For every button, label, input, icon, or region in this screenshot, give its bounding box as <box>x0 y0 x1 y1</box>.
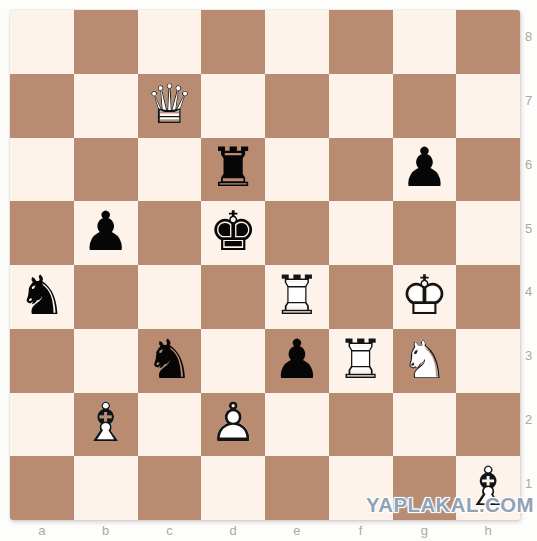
square-d2: ♟♙ <box>201 393 265 457</box>
file-label-b: b <box>74 519 138 541</box>
file-label-g: g <box>393 519 457 541</box>
square-h5 <box>456 201 520 265</box>
square-d4 <box>201 265 265 329</box>
square-d6: ♜ <box>201 138 265 202</box>
square-c8 <box>138 10 202 74</box>
black-king-d5: ♚ <box>201 201 265 265</box>
file-labels: abcdefgh <box>10 519 520 541</box>
square-b8 <box>74 10 138 74</box>
square-g3: ♞♘ <box>393 329 457 393</box>
square-g8 <box>393 10 457 74</box>
square-g4: ♚♔ <box>393 265 457 329</box>
square-a5 <box>10 201 74 265</box>
white-pawn-d2: ♟♙ <box>201 393 265 457</box>
white-queen-c7: ♛♕ <box>138 74 202 138</box>
square-d7 <box>201 74 265 138</box>
square-e1 <box>265 456 329 520</box>
black-pawn-g6: ♟ <box>393 138 457 202</box>
square-c3: ♞ <box>138 329 202 393</box>
square-a8 <box>10 10 74 74</box>
square-b7 <box>74 74 138 138</box>
square-f8 <box>329 10 393 74</box>
rank-label-8: 8 <box>520 5 537 69</box>
square-c6 <box>138 138 202 202</box>
square-g6: ♟ <box>393 138 457 202</box>
square-a2 <box>10 393 74 457</box>
square-h2 <box>456 393 520 457</box>
square-h6 <box>456 138 520 202</box>
square-c7: ♛♕ <box>138 74 202 138</box>
square-f7 <box>329 74 393 138</box>
square-a3 <box>10 329 74 393</box>
square-h3 <box>456 329 520 393</box>
watermark: YAPLAKAL.COM <box>366 493 534 517</box>
square-g5 <box>393 201 457 265</box>
chess-board: ♛♕♜♟♟♚♞♜♖♚♔♞♟♜♖♞♘♝♗♟♙♝♗ <box>10 10 520 520</box>
square-b2: ♝♗ <box>74 393 138 457</box>
square-e6 <box>265 138 329 202</box>
square-f3: ♜♖ <box>329 329 393 393</box>
square-e7 <box>265 74 329 138</box>
square-a6 <box>10 138 74 202</box>
rank-label-6: 6 <box>520 133 537 197</box>
rank-label-7: 7 <box>520 69 537 133</box>
square-e2 <box>265 393 329 457</box>
square-h4 <box>456 265 520 329</box>
black-pawn-e3: ♟ <box>265 329 329 393</box>
square-b5: ♟ <box>74 201 138 265</box>
square-f4 <box>329 265 393 329</box>
square-f6 <box>329 138 393 202</box>
square-b4 <box>74 265 138 329</box>
square-g7 <box>393 74 457 138</box>
white-king-g4: ♚♔ <box>393 265 457 329</box>
square-b3 <box>74 329 138 393</box>
square-h7 <box>456 74 520 138</box>
square-b6 <box>74 138 138 202</box>
white-rook-e4: ♜♖ <box>265 265 329 329</box>
square-h8 <box>456 10 520 74</box>
square-a7 <box>10 74 74 138</box>
white-rook-f3: ♜♖ <box>329 329 393 393</box>
black-knight-a4: ♞ <box>10 265 74 329</box>
square-c4 <box>138 265 202 329</box>
square-d8 <box>201 10 265 74</box>
square-a1 <box>10 456 74 520</box>
square-e5 <box>265 201 329 265</box>
file-label-c: c <box>138 519 202 541</box>
file-label-d: d <box>201 519 265 541</box>
square-f2 <box>329 393 393 457</box>
square-d1 <box>201 456 265 520</box>
file-label-a: a <box>10 519 74 541</box>
square-b1 <box>74 456 138 520</box>
square-f5 <box>329 201 393 265</box>
square-e4: ♜♖ <box>265 265 329 329</box>
square-a4: ♞ <box>10 265 74 329</box>
square-c2 <box>138 393 202 457</box>
black-rook-d6: ♜ <box>201 138 265 202</box>
rank-label-5: 5 <box>520 196 537 260</box>
square-d3 <box>201 329 265 393</box>
rank-labels: 87654321 <box>520 10 537 520</box>
square-d5: ♚ <box>201 201 265 265</box>
white-bishop-b2: ♝♗ <box>74 393 138 457</box>
white-knight-g3: ♞♘ <box>393 329 457 393</box>
rank-label-3: 3 <box>520 324 537 388</box>
file-label-h: h <box>456 519 520 541</box>
rank-label-2: 2 <box>520 388 537 452</box>
square-c5 <box>138 201 202 265</box>
black-pawn-b5: ♟ <box>74 201 138 265</box>
black-knight-c3: ♞ <box>138 329 202 393</box>
square-c1 <box>138 456 202 520</box>
chess-diagram: ♛♕♜♟♟♚♞♜♖♚♔♞♟♜♖♞♘♝♗♟♙♝♗ 87654321 abcdefg… <box>0 0 537 541</box>
rank-label-4: 4 <box>520 260 537 324</box>
square-e8 <box>265 10 329 74</box>
square-e3: ♟ <box>265 329 329 393</box>
square-g2 <box>393 393 457 457</box>
file-label-f: f <box>329 519 393 541</box>
file-label-e: e <box>265 519 329 541</box>
